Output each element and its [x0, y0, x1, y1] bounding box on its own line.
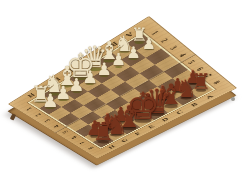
latch-icon — [231, 97, 235, 101]
rank-label-far: 8 — [212, 79, 223, 85]
piece-white-pawn-c2[interactable]: ♟ — [111, 53, 126, 70]
piece-white-pawn-e2[interactable]: ♟ — [82, 69, 98, 86]
rank-label-far: 3 — [168, 44, 179, 51]
rank-label-near: 2 — [33, 112, 42, 117]
piece-white-pawn-h2[interactable]: ♟ — [42, 91, 59, 110]
piece-white-pawn-d2[interactable]: ♟ — [97, 61, 112, 78]
rank-label-near: 1 — [24, 106, 33, 112]
piece-white-pawn-b2[interactable]: ♟ — [126, 44, 140, 60]
rank-label-far: 2 — [159, 37, 170, 44]
chessboard-photo: AABBCCDDEEFFGGHH8877665544332211 ♜♟♞♟♝♟♛… — [0, 0, 250, 173]
rank-label-near: 6 — [69, 135, 78, 140]
rank-label-near: 8 — [86, 146, 95, 151]
piece-black-rook-h8[interactable]: ♜ — [92, 120, 114, 145]
rank-label-near: 3 — [43, 118, 52, 123]
file-label-black-side: A — [204, 94, 214, 100]
piece-white-pawn-a2[interactable]: ♟ — [142, 36, 156, 52]
rank-label-far: 5 — [186, 59, 197, 66]
rank-label-near: 7 — [78, 140, 87, 145]
rank-label-near: 5 — [61, 130, 70, 135]
